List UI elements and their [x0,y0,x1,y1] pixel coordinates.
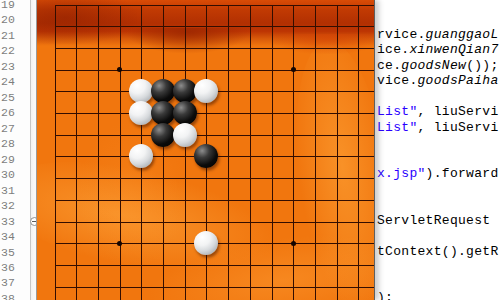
black-stone [173,79,197,103]
code-line: rvice.guanggaoL [377,27,499,43]
code-token-method: goodsPaiha [418,73,499,88]
grid-line-horizontal [55,48,375,49]
code-token-string: x.jsp" [377,166,426,181]
code-line: ice.xinwenQian7 [377,42,499,58]
code-token-plain: ServletRequest [377,213,490,228]
grid-line-horizontal [55,70,375,71]
grid-line-horizontal [55,178,375,179]
code-token-plain: vice. [377,73,418,88]
code-token-plain: ); [377,290,393,300]
white-stone [173,123,197,147]
board-texture-dark-band [272,34,375,54]
code-token-string: List" [377,104,418,119]
code-line: ce.goodsNew()); [377,58,499,74]
code-line: ); [377,290,393,300]
black-stone [151,79,175,103]
code-line: List", liuServi [377,104,499,120]
star-point [117,241,122,246]
code-token-method: goodsNew [401,58,466,73]
screenshot-root: 1920212223242526272829303132333435363738… [0,0,500,300]
code-line: List", liuServi [377,120,499,136]
gomoku-board[interactable] [37,0,374,300]
star-point [117,67,122,72]
code-token-plain: ()); [466,58,498,73]
black-stone [151,123,175,147]
board-texture-dark-band [125,28,250,54]
code-line: tContext().getR [377,244,499,260]
code-token-method: xinwenQian7 [409,42,498,57]
board-texture-dark-band [36,0,137,44]
grid-line-horizontal [55,287,375,288]
code-token-method: guanggaoL [426,27,499,42]
grid-line-horizontal [55,135,375,136]
grid-line-horizontal [55,222,375,223]
code-token-plain: , liuServi [418,120,499,135]
star-point [291,241,296,246]
code-line: ServletRequest [377,213,490,229]
grid-line-horizontal [55,113,375,114]
grid-line-horizontal [55,5,375,6]
code-line: x.jsp").forward [377,166,499,182]
code-token-plain: ice. [377,42,409,57]
code-token-plain: ce. [377,58,401,73]
code-token-plain: ).forward [426,166,499,181]
board-window [36,0,375,300]
star-point [291,67,296,72]
code-token-string: List" [377,120,418,135]
code-line: vice.goodsPaiha [377,73,499,89]
code-token-plain: rvice. [377,27,426,42]
white-stone [194,79,218,103]
code-token-plain: , liuServi [418,104,499,119]
grid-line-horizontal [55,26,375,27]
white-stone [129,79,153,103]
black-stone [151,101,175,125]
black-stone [194,144,218,168]
code-token-plain: tContext().getR [377,244,499,259]
grid-line-horizontal [55,265,375,266]
black-stone [173,101,197,125]
grid-line-horizontal [55,200,375,201]
white-stone [129,101,153,125]
